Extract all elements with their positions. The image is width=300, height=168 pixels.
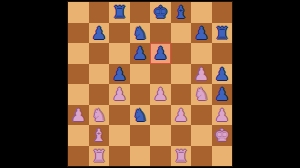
square-b2[interactable]: ♝ <box>89 125 110 146</box>
square-e1[interactable] <box>150 146 171 167</box>
piece-white-pawn-a3[interactable]: ♟ <box>68 105 89 126</box>
square-b3[interactable]: ♞ <box>89 105 110 126</box>
piece-black-pawn-e6[interactable]: ♟ <box>150 43 171 64</box>
square-f7[interactable] <box>171 23 192 44</box>
square-e3[interactable] <box>150 105 171 126</box>
square-c2[interactable] <box>109 125 130 146</box>
piece-white-rook-b1[interactable]: ♜ <box>89 146 110 167</box>
square-f8[interactable]: ♝ <box>171 2 192 23</box>
piece-black-pawn-h5[interactable]: ♟ <box>212 64 233 85</box>
square-d1[interactable] <box>130 146 151 167</box>
square-d5[interactable] <box>130 64 151 85</box>
square-d4[interactable] <box>130 84 151 105</box>
square-a2[interactable] <box>68 125 89 146</box>
square-g4[interactable]: ♞ <box>191 84 212 105</box>
square-c3[interactable] <box>109 105 130 126</box>
square-f2[interactable] <box>171 125 192 146</box>
square-g3[interactable] <box>191 105 212 126</box>
piece-black-pawn-d6[interactable]: ♟ <box>130 43 151 64</box>
square-b6[interactable] <box>89 43 110 64</box>
square-a6[interactable] <box>68 43 89 64</box>
square-e6[interactable]: ♟ <box>150 43 171 64</box>
piece-white-pawn-e4[interactable]: ♟ <box>150 84 171 105</box>
piece-black-rook-h7[interactable]: ♜ <box>212 23 233 44</box>
piece-white-knight-g4[interactable]: ♞ <box>191 84 212 105</box>
square-b1[interactable]: ♜ <box>89 146 110 167</box>
square-a7[interactable] <box>68 23 89 44</box>
square-e5[interactable] <box>150 64 171 85</box>
piece-white-pawn-f3[interactable]: ♟ <box>171 105 192 126</box>
square-b8[interactable] <box>89 2 110 23</box>
square-b7[interactable]: ♟ <box>89 23 110 44</box>
square-a5[interactable] <box>68 64 89 85</box>
square-d8[interactable] <box>130 2 151 23</box>
square-g6[interactable] <box>191 43 212 64</box>
piece-black-pawn-g7[interactable]: ♟ <box>191 23 212 44</box>
square-c1[interactable] <box>109 146 130 167</box>
square-c6[interactable] <box>109 43 130 64</box>
square-c5[interactable]: ♟ <box>109 64 130 85</box>
piece-black-knight-d3[interactable]: ♞ <box>130 105 151 126</box>
piece-white-king-h2[interactable]: ♚ <box>212 125 233 146</box>
square-d7[interactable]: ♞ <box>130 23 151 44</box>
square-g2[interactable] <box>191 125 212 146</box>
square-e8[interactable]: ♚ <box>150 2 171 23</box>
square-c7[interactable] <box>109 23 130 44</box>
piece-white-bishop-b2[interactable]: ♝ <box>89 125 110 146</box>
square-f4[interactable] <box>171 84 192 105</box>
square-h3[interactable]: ♟ <box>212 105 233 126</box>
square-h2[interactable]: ♚ <box>212 125 233 146</box>
piece-black-bishop-f8[interactable]: ♝ <box>171 2 192 23</box>
square-e4[interactable]: ♟ <box>150 84 171 105</box>
square-c8[interactable]: ♜ <box>109 2 130 23</box>
square-g8[interactable] <box>191 2 212 23</box>
app-background: ♜♚♝♟♞♟♜♟♟♟♟♟♟♟♞♟♟♞♞♟♟♝♚♜♜ <box>0 0 300 168</box>
square-h8[interactable] <box>212 2 233 23</box>
piece-black-pawn-c5[interactable]: ♟ <box>109 64 130 85</box>
square-g5[interactable]: ♟ <box>191 64 212 85</box>
piece-white-pawn-h3[interactable]: ♟ <box>212 105 233 126</box>
square-c4[interactable]: ♟ <box>109 84 130 105</box>
square-e2[interactable] <box>150 125 171 146</box>
square-a1[interactable] <box>68 146 89 167</box>
square-h4[interactable]: ♟ <box>212 84 233 105</box>
square-b4[interactable] <box>89 84 110 105</box>
square-f3[interactable]: ♟ <box>171 105 192 126</box>
square-g7[interactable]: ♟ <box>191 23 212 44</box>
square-e7[interactable] <box>150 23 171 44</box>
piece-white-knight-b3[interactable]: ♞ <box>89 105 110 126</box>
piece-black-king-e8[interactable]: ♚ <box>150 2 171 23</box>
piece-black-pawn-h4[interactable]: ♟ <box>212 84 233 105</box>
square-a4[interactable] <box>68 84 89 105</box>
square-h1[interactable] <box>212 146 233 167</box>
piece-black-rook-c8[interactable]: ♜ <box>109 2 130 23</box>
square-h6[interactable] <box>212 43 233 64</box>
square-g1[interactable] <box>191 146 212 167</box>
square-f1[interactable]: ♜ <box>171 146 192 167</box>
piece-white-pawn-c4[interactable]: ♟ <box>109 84 130 105</box>
square-f6[interactable] <box>171 43 192 64</box>
square-d3[interactable]: ♞ <box>130 105 151 126</box>
piece-black-knight-d7[interactable]: ♞ <box>130 23 151 44</box>
square-d2[interactable] <box>130 125 151 146</box>
chess-board: ♜♚♝♟♞♟♜♟♟♟♟♟♟♟♞♟♟♞♞♟♟♝♚♜♜ <box>68 2 232 166</box>
square-h7[interactable]: ♜ <box>212 23 233 44</box>
piece-white-rook-f1[interactable]: ♜ <box>171 146 192 167</box>
piece-black-pawn-b7[interactable]: ♟ <box>89 23 110 44</box>
square-h5[interactable]: ♟ <box>212 64 233 85</box>
square-f5[interactable] <box>171 64 192 85</box>
square-d6[interactable]: ♟ <box>130 43 151 64</box>
square-a3[interactable]: ♟ <box>68 105 89 126</box>
piece-white-pawn-g5[interactable]: ♟ <box>191 64 212 85</box>
square-a8[interactable] <box>68 2 89 23</box>
square-b5[interactable] <box>89 64 110 85</box>
